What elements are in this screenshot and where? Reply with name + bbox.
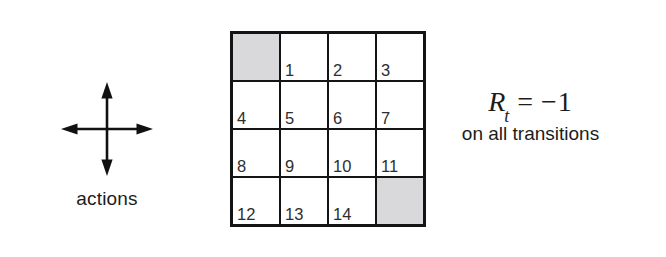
actions-cross-icon [61, 82, 153, 176]
reward-subscript: t [504, 106, 509, 126]
state-number: 2 [333, 61, 342, 79]
gridworld-board: 1234567891011121314 [230, 31, 426, 227]
reward-symbol: R [488, 86, 505, 117]
actions-label: actions [37, 188, 177, 210]
state-cell-5: 5 [280, 81, 328, 129]
state-cell-3: 3 [376, 33, 424, 81]
state-number: 6 [333, 109, 342, 127]
reward-relation: = [517, 86, 534, 117]
reward-value: −1 [541, 86, 573, 117]
reward-note: on all transitions [428, 123, 633, 145]
reward-group: Rt = −1 on all transitions [428, 87, 633, 145]
state-cell-13: 13 [280, 177, 328, 225]
state-cell-10: 10 [328, 129, 376, 177]
state-cell-9: 9 [280, 129, 328, 177]
state-number: 7 [381, 109, 390, 127]
state-cell-14: 14 [328, 177, 376, 225]
state-number: 5 [285, 109, 294, 127]
state-cell-1: 1 [280, 33, 328, 81]
state-number: 10 [333, 157, 351, 175]
state-cell-8: 8 [232, 129, 280, 177]
terminal-cell [232, 33, 280, 81]
state-number: 13 [285, 205, 303, 223]
state-number: 3 [381, 61, 390, 79]
state-cell-2: 2 [328, 33, 376, 81]
state-number: 12 [237, 205, 255, 223]
state-cell-11: 11 [376, 129, 424, 177]
state-cell-12: 12 [232, 177, 280, 225]
state-number: 1 [285, 61, 294, 79]
state-cell-4: 4 [232, 81, 280, 129]
state-number: 14 [333, 205, 351, 223]
state-cell-7: 7 [376, 81, 424, 129]
terminal-cell [376, 177, 424, 225]
state-cell-6: 6 [328, 81, 376, 129]
actions-group: actions [37, 82, 177, 210]
reward-formula: Rt = −1 [428, 87, 633, 118]
state-number: 4 [237, 109, 246, 127]
state-number: 11 [381, 157, 398, 175]
state-number: 9 [285, 157, 294, 175]
state-number: 8 [237, 157, 246, 175]
